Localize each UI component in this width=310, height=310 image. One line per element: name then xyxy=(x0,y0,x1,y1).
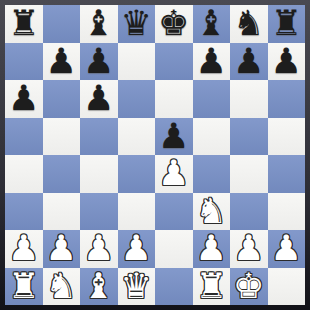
square-a6[interactable]: ♟ xyxy=(5,80,43,118)
white-rook-piece[interactable]: ♜ xyxy=(5,268,43,306)
square-e6[interactable] xyxy=(155,80,193,118)
square-f6[interactable] xyxy=(193,80,231,118)
square-g6[interactable] xyxy=(230,80,268,118)
square-b7[interactable]: ♟ xyxy=(43,43,81,81)
square-e5[interactable]: ♟ xyxy=(155,118,193,156)
square-b6[interactable] xyxy=(43,80,81,118)
chess-board: ♜♝♛♚♝♞♜♟♟♟♟♟♟♟♟♟♞♟♟♟♟♟♟♟♜♞♝♛♜♚ xyxy=(5,5,305,305)
square-e1[interactable] xyxy=(155,268,193,306)
white-pawn-piece[interactable]: ♟ xyxy=(80,230,118,268)
square-c2[interactable]: ♟ xyxy=(80,230,118,268)
square-a2[interactable]: ♟ xyxy=(5,230,43,268)
white-pawn-piece[interactable]: ♟ xyxy=(268,230,306,268)
square-h7[interactable]: ♟ xyxy=(268,43,306,81)
black-pawn-piece[interactable]: ♟ xyxy=(193,43,231,81)
square-h8[interactable]: ♜ xyxy=(268,5,306,43)
square-a5[interactable] xyxy=(5,118,43,156)
square-d6[interactable] xyxy=(118,80,156,118)
square-f3[interactable]: ♞ xyxy=(193,193,231,231)
white-pawn-piece[interactable]: ♟ xyxy=(118,230,156,268)
square-e2[interactable] xyxy=(155,230,193,268)
black-pawn-piece[interactable]: ♟ xyxy=(43,43,81,81)
white-knight-piece[interactable]: ♞ xyxy=(43,268,81,306)
white-pawn-piece[interactable]: ♟ xyxy=(43,230,81,268)
square-a3[interactable] xyxy=(5,193,43,231)
square-a8[interactable]: ♜ xyxy=(5,5,43,43)
square-d7[interactable] xyxy=(118,43,156,81)
square-d8[interactable]: ♛ xyxy=(118,5,156,43)
square-g2[interactable]: ♟ xyxy=(230,230,268,268)
square-f4[interactable] xyxy=(193,155,231,193)
black-pawn-piece[interactable]: ♟ xyxy=(80,43,118,81)
square-c8[interactable]: ♝ xyxy=(80,5,118,43)
white-queen-piece[interactable]: ♛ xyxy=(118,268,156,306)
black-pawn-piece[interactable]: ♟ xyxy=(268,43,306,81)
square-e7[interactable] xyxy=(155,43,193,81)
square-c1[interactable]: ♝ xyxy=(80,268,118,306)
black-pawn-piece[interactable]: ♟ xyxy=(80,80,118,118)
square-e4[interactable]: ♟ xyxy=(155,155,193,193)
white-pawn-piece[interactable]: ♟ xyxy=(155,155,193,193)
square-c4[interactable] xyxy=(80,155,118,193)
square-h5[interactable] xyxy=(268,118,306,156)
square-h4[interactable] xyxy=(268,155,306,193)
white-pawn-piece[interactable]: ♟ xyxy=(193,230,231,268)
square-d1[interactable]: ♛ xyxy=(118,268,156,306)
square-e8[interactable]: ♚ xyxy=(155,5,193,43)
white-rook-piece[interactable]: ♜ xyxy=(193,268,231,306)
black-bishop-piece[interactable]: ♝ xyxy=(80,5,118,43)
square-b8[interactable] xyxy=(43,5,81,43)
square-d2[interactable]: ♟ xyxy=(118,230,156,268)
square-h6[interactable] xyxy=(268,80,306,118)
square-f7[interactable]: ♟ xyxy=(193,43,231,81)
white-king-piece[interactable]: ♚ xyxy=(230,268,268,306)
square-h3[interactable] xyxy=(268,193,306,231)
square-d4[interactable] xyxy=(118,155,156,193)
square-c6[interactable]: ♟ xyxy=(80,80,118,118)
black-king-piece[interactable]: ♚ xyxy=(155,5,193,43)
square-b3[interactable] xyxy=(43,193,81,231)
square-g1[interactable]: ♚ xyxy=(230,268,268,306)
white-pawn-piece[interactable]: ♟ xyxy=(230,230,268,268)
square-b1[interactable]: ♞ xyxy=(43,268,81,306)
square-g4[interactable] xyxy=(230,155,268,193)
square-b5[interactable] xyxy=(43,118,81,156)
square-d5[interactable] xyxy=(118,118,156,156)
square-c7[interactable]: ♟ xyxy=(80,43,118,81)
square-g7[interactable]: ♟ xyxy=(230,43,268,81)
square-c5[interactable] xyxy=(80,118,118,156)
square-f5[interactable] xyxy=(193,118,231,156)
square-b2[interactable]: ♟ xyxy=(43,230,81,268)
square-b4[interactable] xyxy=(43,155,81,193)
black-pawn-piece[interactable]: ♟ xyxy=(5,80,43,118)
white-bishop-piece[interactable]: ♝ xyxy=(80,268,118,306)
black-knight-piece[interactable]: ♞ xyxy=(230,5,268,43)
square-f2[interactable]: ♟ xyxy=(193,230,231,268)
square-a4[interactable] xyxy=(5,155,43,193)
square-c3[interactable] xyxy=(80,193,118,231)
square-d3[interactable] xyxy=(118,193,156,231)
black-rook-piece[interactable]: ♜ xyxy=(5,5,43,43)
black-bishop-piece[interactable]: ♝ xyxy=(193,5,231,43)
black-pawn-piece[interactable]: ♟ xyxy=(155,118,193,156)
square-e3[interactable] xyxy=(155,193,193,231)
square-a7[interactable] xyxy=(5,43,43,81)
square-f8[interactable]: ♝ xyxy=(193,5,231,43)
square-h2[interactable]: ♟ xyxy=(268,230,306,268)
square-g8[interactable]: ♞ xyxy=(230,5,268,43)
square-g3[interactable] xyxy=(230,193,268,231)
square-g5[interactable] xyxy=(230,118,268,156)
square-f1[interactable]: ♜ xyxy=(193,268,231,306)
square-a1[interactable]: ♜ xyxy=(5,268,43,306)
white-knight-piece[interactable]: ♞ xyxy=(193,193,231,231)
black-pawn-piece[interactable]: ♟ xyxy=(230,43,268,81)
board-frame: ♜♝♛♚♝♞♜♟♟♟♟♟♟♟♟♟♞♟♟♟♟♟♟♟♜♞♝♛♜♚ xyxy=(0,0,310,310)
square-h1[interactable] xyxy=(268,268,306,306)
black-rook-piece[interactable]: ♜ xyxy=(268,5,306,43)
white-pawn-piece[interactable]: ♟ xyxy=(5,230,43,268)
black-queen-piece[interactable]: ♛ xyxy=(118,5,156,43)
